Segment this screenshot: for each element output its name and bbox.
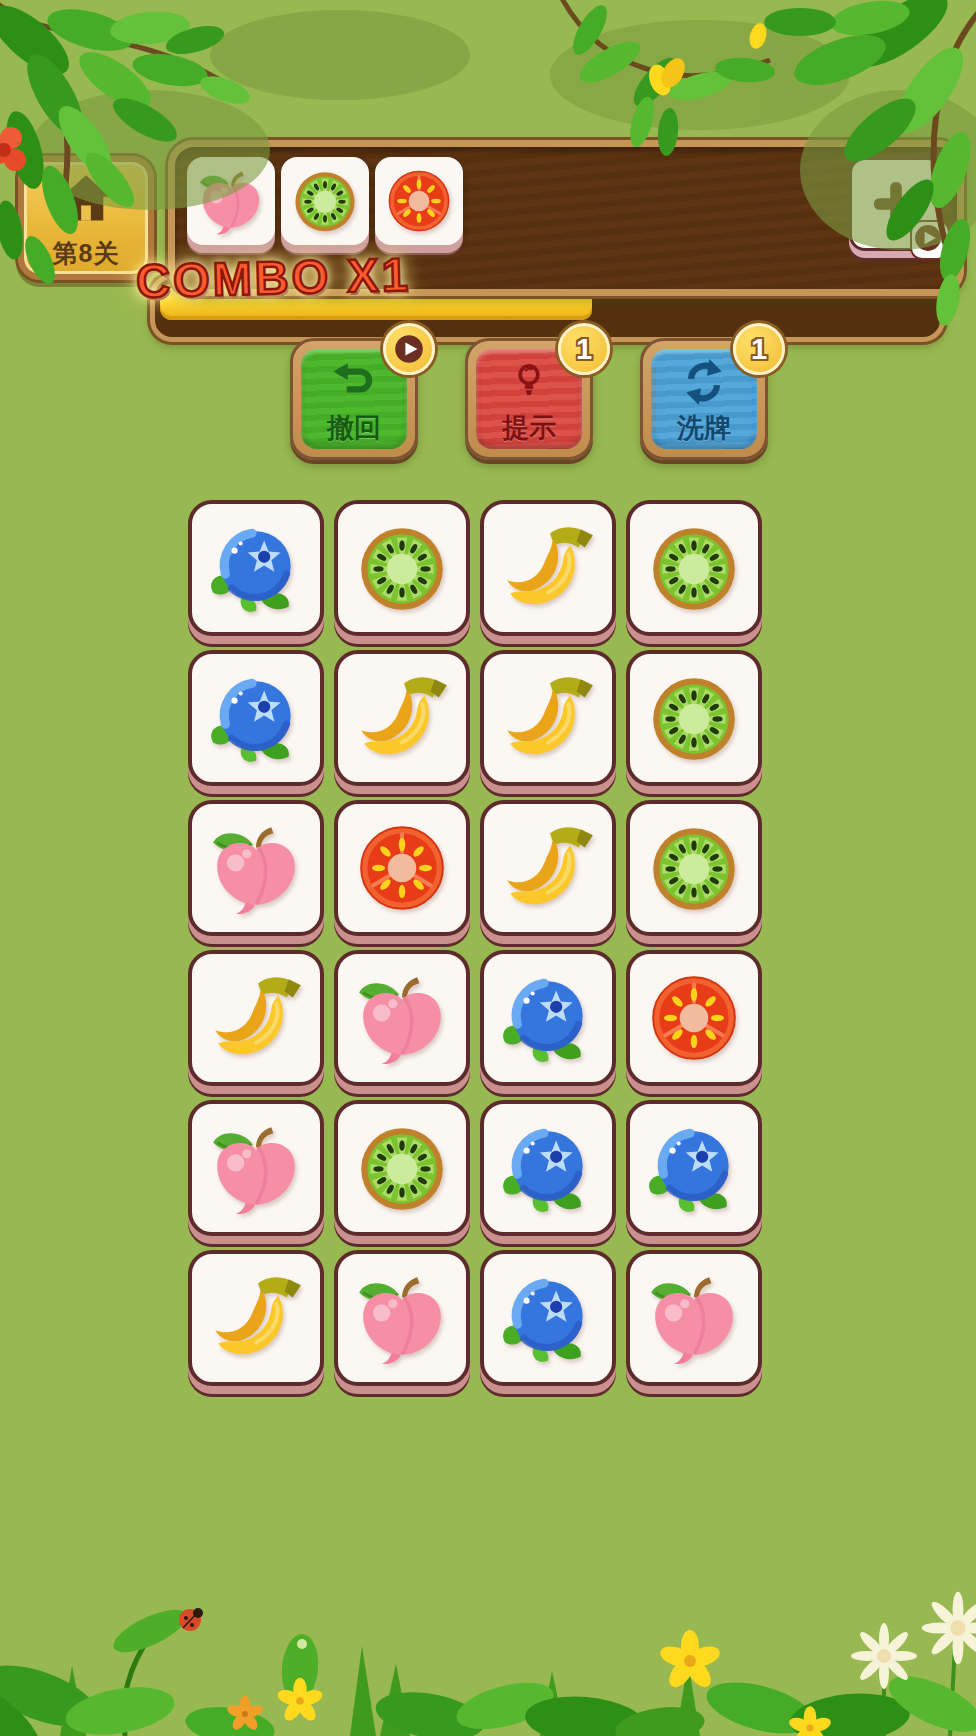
tray-slot-2-kiwi xyxy=(281,157,369,245)
yellow-flower-small xyxy=(276,1678,324,1724)
bottom-flora-decoration xyxy=(0,1536,976,1736)
board-tile-r4c1-banana[interactable] xyxy=(188,950,324,1086)
board-tile-r2c2-banana[interactable] xyxy=(334,650,470,786)
board-tile-r6c4-peach[interactable] xyxy=(626,1250,762,1386)
lightbulb-icon xyxy=(501,356,557,408)
board-tile-r5c2-kiwi[interactable] xyxy=(334,1100,470,1236)
board-grid xyxy=(188,500,762,1386)
board-tile-r5c4-blueberry[interactable] xyxy=(626,1100,762,1236)
hint-count-badge: 1 xyxy=(558,323,610,375)
shuffle-count: 1 xyxy=(751,333,767,366)
blueberry-icon xyxy=(205,667,307,769)
yellow-flower-right xyxy=(787,1706,832,1736)
blueberry-icon xyxy=(497,1117,599,1219)
board-tile-r4c3-blueberry[interactable] xyxy=(480,950,616,1086)
kiwi-icon xyxy=(643,517,745,619)
blueberry-icon xyxy=(205,517,307,619)
banana-icon xyxy=(497,517,599,619)
yellow-blossom xyxy=(645,21,769,98)
blueberry-icon xyxy=(643,1117,745,1219)
board-tile-r2c1-blueberry[interactable] xyxy=(188,650,324,786)
banana-icon xyxy=(351,667,453,769)
daisy-2 xyxy=(922,1592,976,1665)
tray-slot-1-peach xyxy=(187,157,275,245)
shuffle-icon xyxy=(676,356,732,408)
tray-slots xyxy=(187,157,463,245)
undo-ad-badge[interactable] xyxy=(383,323,435,375)
banana-icon xyxy=(497,667,599,769)
home-button[interactable]: 第8关 xyxy=(18,156,154,280)
board-tile-r6c2-peach[interactable] xyxy=(334,1250,470,1386)
daisy-1 xyxy=(851,1623,917,1689)
board-tile-r2c3-banana[interactable] xyxy=(480,650,616,786)
tomato-icon xyxy=(382,164,456,238)
board-tile-r5c3-blueberry[interactable] xyxy=(480,1100,616,1236)
banana-icon xyxy=(205,967,307,1069)
board-tile-r4c2-peach[interactable] xyxy=(334,950,470,1086)
kiwi-icon xyxy=(643,817,745,919)
combo-text: COMBO X1 xyxy=(135,246,411,308)
board-tile-r3c4-kiwi[interactable] xyxy=(626,800,762,936)
ladybug xyxy=(179,1608,203,1631)
board-tile-r4c4-tomato[interactable] xyxy=(626,950,762,1086)
shuffle-label: 洗牌 xyxy=(677,410,731,446)
board-tile-r3c3-banana[interactable] xyxy=(480,800,616,936)
undo-icon xyxy=(326,356,382,408)
board-tile-r6c3-blueberry[interactable] xyxy=(480,1250,616,1386)
tomato-icon xyxy=(351,817,453,919)
blueberry-icon xyxy=(497,1267,599,1369)
yellow-flower-big xyxy=(658,1630,723,1691)
orange-flower-small xyxy=(226,1695,265,1732)
board-tile-r5c1-peach[interactable] xyxy=(188,1100,324,1236)
kiwi-icon xyxy=(351,1117,453,1219)
home-icon xyxy=(57,172,115,226)
peach-icon xyxy=(351,1267,453,1369)
shuffle-button[interactable]: 洗牌 1 xyxy=(640,338,768,460)
peach-icon xyxy=(643,1267,745,1369)
board-tile-r1c4-kiwi[interactable] xyxy=(626,500,762,636)
game-screen: 第8关 COMBO X1 撤回 提示 1 xyxy=(0,0,976,1736)
board-tile-r2c4-kiwi[interactable] xyxy=(626,650,762,786)
banana-icon xyxy=(205,1267,307,1369)
tomato-icon xyxy=(643,967,745,1069)
shuffle-count-badge: 1 xyxy=(733,323,785,375)
kiwi-icon xyxy=(288,164,362,238)
add-slot-button[interactable] xyxy=(849,157,943,251)
banana-icon xyxy=(497,817,599,919)
hint-count: 1 xyxy=(576,333,592,366)
blueberry-icon xyxy=(497,967,599,1069)
undo-button[interactable]: 撤回 xyxy=(290,338,418,460)
undo-label: 撤回 xyxy=(327,410,381,446)
peach-icon xyxy=(194,164,268,238)
peach-icon xyxy=(205,817,307,919)
play-icon xyxy=(394,334,424,364)
level-label: 第8关 xyxy=(53,237,120,270)
peach-icon xyxy=(205,1117,307,1219)
ad-play-icon xyxy=(912,222,948,258)
peach-icon xyxy=(351,967,453,1069)
hint-button[interactable]: 提示 1 xyxy=(465,338,593,460)
board-tile-r6c1-banana[interactable] xyxy=(188,1250,324,1386)
tray-slot-3-tomato xyxy=(375,157,463,245)
board-tile-r1c1-blueberry[interactable] xyxy=(188,500,324,636)
board-tile-r3c2-tomato[interactable] xyxy=(334,800,470,936)
board-tile-r3c1-peach[interactable] xyxy=(188,800,324,936)
board-tile-r1c2-kiwi[interactable] xyxy=(334,500,470,636)
hint-label: 提示 xyxy=(502,410,556,446)
kiwi-icon xyxy=(643,667,745,769)
board-tile-r1c3-banana[interactable] xyxy=(480,500,616,636)
kiwi-icon xyxy=(351,517,453,619)
